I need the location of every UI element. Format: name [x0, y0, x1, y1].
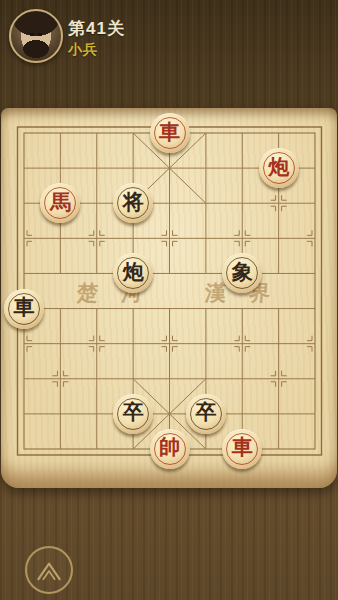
app-background: 第41关 小兵 楚 河 漢 界 車炮馬将炮象車卒卒帥車: [0, 0, 338, 600]
piece-glyph: 車: [232, 437, 253, 458]
rank-label: 小兵: [68, 41, 98, 59]
collapse-button[interactable]: [25, 546, 73, 594]
xiangqi-board[interactable]: 楚 河 漢 界 車炮馬将炮象車卒卒帥車: [1, 108, 337, 488]
piece-glyph: 帥: [159, 437, 180, 458]
piece-red-general[interactable]: 帥: [150, 429, 190, 469]
piece-glyph: 炮: [123, 262, 144, 283]
player-avatar[interactable]: [9, 9, 63, 63]
chevron-up-icon: [32, 555, 66, 585]
piece-glyph: 象: [232, 262, 253, 283]
piece-black-chariot[interactable]: 車: [4, 289, 44, 329]
piece-glyph: 車: [14, 297, 35, 318]
piece-red-cannon[interactable]: 炮: [259, 148, 299, 188]
piece-red-chariot[interactable]: 車: [150, 113, 190, 153]
piece-glyph: 卒: [195, 402, 216, 423]
piece-glyph: 将: [123, 192, 144, 213]
level-label: 第41关: [68, 17, 125, 40]
piece-glyph: 卒: [123, 402, 144, 423]
piece-black-soldier[interactable]: 卒: [113, 394, 153, 434]
piece-black-soldier[interactable]: 卒: [186, 394, 226, 434]
piece-glyph: 馬: [50, 192, 71, 213]
piece-glyph: 車: [159, 122, 180, 143]
piece-red-chariot[interactable]: 車: [222, 429, 262, 469]
piece-glyph: 炮: [268, 157, 289, 178]
